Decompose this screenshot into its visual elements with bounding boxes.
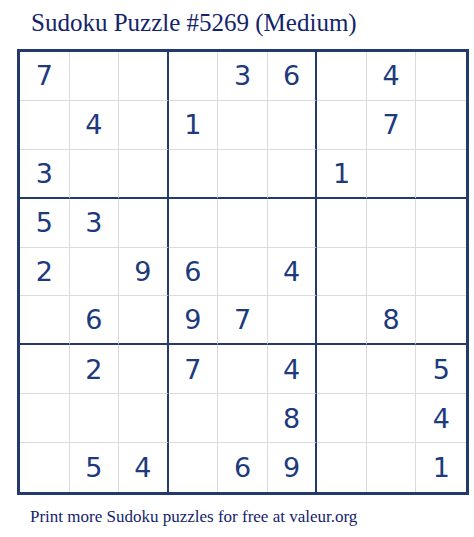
cell-r9c9: 1: [416, 443, 466, 492]
cell-r8c2: [70, 394, 120, 443]
cell-r9c2: 5: [70, 443, 120, 492]
cell-r2c5: [218, 101, 268, 150]
cell-r3c2: [70, 150, 120, 199]
cell-r2c4: 1: [169, 101, 219, 150]
cell-r5c9: [416, 248, 466, 297]
cell-r4c9: [416, 199, 466, 248]
cell-r6c2: 6: [70, 296, 120, 345]
cell-r2c6: [268, 101, 318, 150]
cell-r1c2: [70, 52, 120, 101]
cell-r2c9: [416, 101, 466, 150]
cell-r6c4: 9: [169, 296, 219, 345]
cell-r8c3: [119, 394, 169, 443]
cell-r1c5: 3: [218, 52, 268, 101]
cell-r4c4: [169, 199, 219, 248]
cell-r3c7: 1: [317, 150, 367, 199]
cell-r1c1: 7: [20, 52, 70, 101]
cell-r6c1: [20, 296, 70, 345]
cell-r5c5: [218, 248, 268, 297]
cell-r1c6: 6: [268, 52, 318, 101]
cell-r1c7: [317, 52, 367, 101]
cell-r3c5: [218, 150, 268, 199]
cell-r2c2: 4: [70, 101, 120, 150]
cell-r9c1: [20, 443, 70, 492]
cell-r4c7: [317, 199, 367, 248]
cell-r7c2: 2: [70, 345, 120, 394]
cell-r8c6: 8: [268, 394, 318, 443]
cell-r4c2: 3: [70, 199, 120, 248]
cell-r7c6: 4: [268, 345, 318, 394]
cell-r6c9: [416, 296, 466, 345]
cell-r3c4: [169, 150, 219, 199]
cell-r8c4: [169, 394, 219, 443]
cell-r5c8: [367, 248, 417, 297]
page-title: Sudoku Puzzle #5269 (Medium): [31, 9, 357, 37]
cell-r5c3: 9: [119, 248, 169, 297]
cell-r5c2: [70, 248, 120, 297]
footer-text: Print more Sudoku puzzles for free at va…: [30, 507, 357, 527]
cell-r6c6: [268, 296, 318, 345]
cell-r6c3: [119, 296, 169, 345]
cell-r1c9: [416, 52, 466, 101]
cell-r2c8: 7: [367, 101, 417, 150]
cell-r8c5: [218, 394, 268, 443]
sudoku-board: 736441731532964697827458454691: [17, 49, 469, 495]
cell-r6c7: [317, 296, 367, 345]
cell-r2c3: [119, 101, 169, 150]
cell-r3c6: [268, 150, 318, 199]
cell-r9c7: [317, 443, 367, 492]
cell-r9c6: 9: [268, 443, 318, 492]
cell-r3c1: 3: [20, 150, 70, 199]
cell-r8c8: [367, 394, 417, 443]
cell-r7c7: [317, 345, 367, 394]
cell-r9c4: [169, 443, 219, 492]
cell-r7c1: [20, 345, 70, 394]
cell-r7c3: [119, 345, 169, 394]
cell-r2c7: [317, 101, 367, 150]
cell-r6c8: 8: [367, 296, 417, 345]
cell-r3c8: [367, 150, 417, 199]
cell-r6c5: 7: [218, 296, 268, 345]
cell-r7c5: [218, 345, 268, 394]
cell-r1c4: [169, 52, 219, 101]
cell-r8c1: [20, 394, 70, 443]
cell-r8c7: [317, 394, 367, 443]
cell-r4c5: [218, 199, 268, 248]
cell-r7c9: 5: [416, 345, 466, 394]
cell-r4c6: [268, 199, 318, 248]
cell-r9c8: [367, 443, 417, 492]
cell-r3c3: [119, 150, 169, 199]
cell-r7c4: 7: [169, 345, 219, 394]
cell-r1c8: 4: [367, 52, 417, 101]
cell-r4c1: 5: [20, 199, 70, 248]
cell-r5c4: 6: [169, 248, 219, 297]
cell-r8c9: 4: [416, 394, 466, 443]
cell-r9c5: 6: [218, 443, 268, 492]
sudoku-page: Sudoku Puzzle #5269 (Medium) 73644173153…: [0, 0, 474, 537]
cell-r1c3: [119, 52, 169, 101]
cell-r2c1: [20, 101, 70, 150]
cell-r9c3: 4: [119, 443, 169, 492]
cell-r3c9: [416, 150, 466, 199]
cell-r5c1: 2: [20, 248, 70, 297]
cell-r7c8: [367, 345, 417, 394]
cell-r5c7: [317, 248, 367, 297]
cell-r4c3: [119, 199, 169, 248]
cell-r5c6: 4: [268, 248, 318, 297]
cell-r4c8: [367, 199, 417, 248]
